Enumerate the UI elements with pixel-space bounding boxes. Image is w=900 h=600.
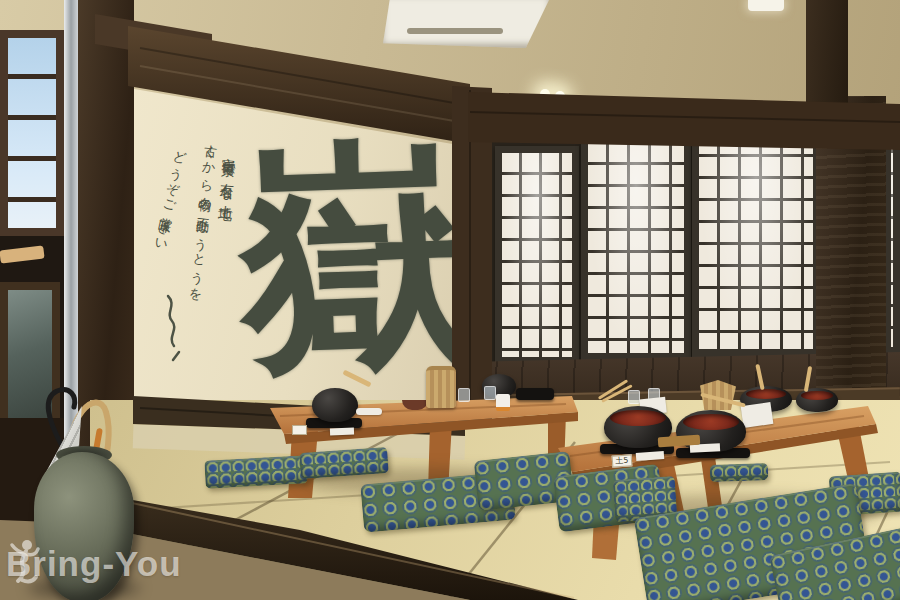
watermark: Bring-You — [6, 536, 226, 592]
calligraphy-signature — [168, 296, 179, 360]
table-tag — [292, 425, 307, 435]
small-plate — [356, 408, 382, 415]
menu-papers — [741, 402, 774, 428]
woven-canister — [426, 366, 456, 408]
glass-cup — [458, 388, 470, 402]
iron-pot — [796, 388, 838, 412]
japanese-dining-room-photo: 富嶽雪景で有名な土地で 古くから名物の不動ほうとうを どうぞご賞味下さい 嶽 — [0, 0, 900, 600]
zabuton-cushion — [710, 463, 769, 482]
glass-cup — [628, 390, 640, 404]
table-number-tag: 土5 — [612, 454, 633, 467]
tray — [516, 388, 554, 400]
zabuton-cushion — [204, 455, 307, 488]
beam-left-wall — [128, 26, 470, 144]
white-cup — [496, 394, 510, 411]
watermark-text: Bring-You — [6, 544, 182, 584]
napkin — [330, 428, 354, 436]
iron-pot — [312, 388, 358, 422]
glass-cup — [484, 386, 496, 400]
